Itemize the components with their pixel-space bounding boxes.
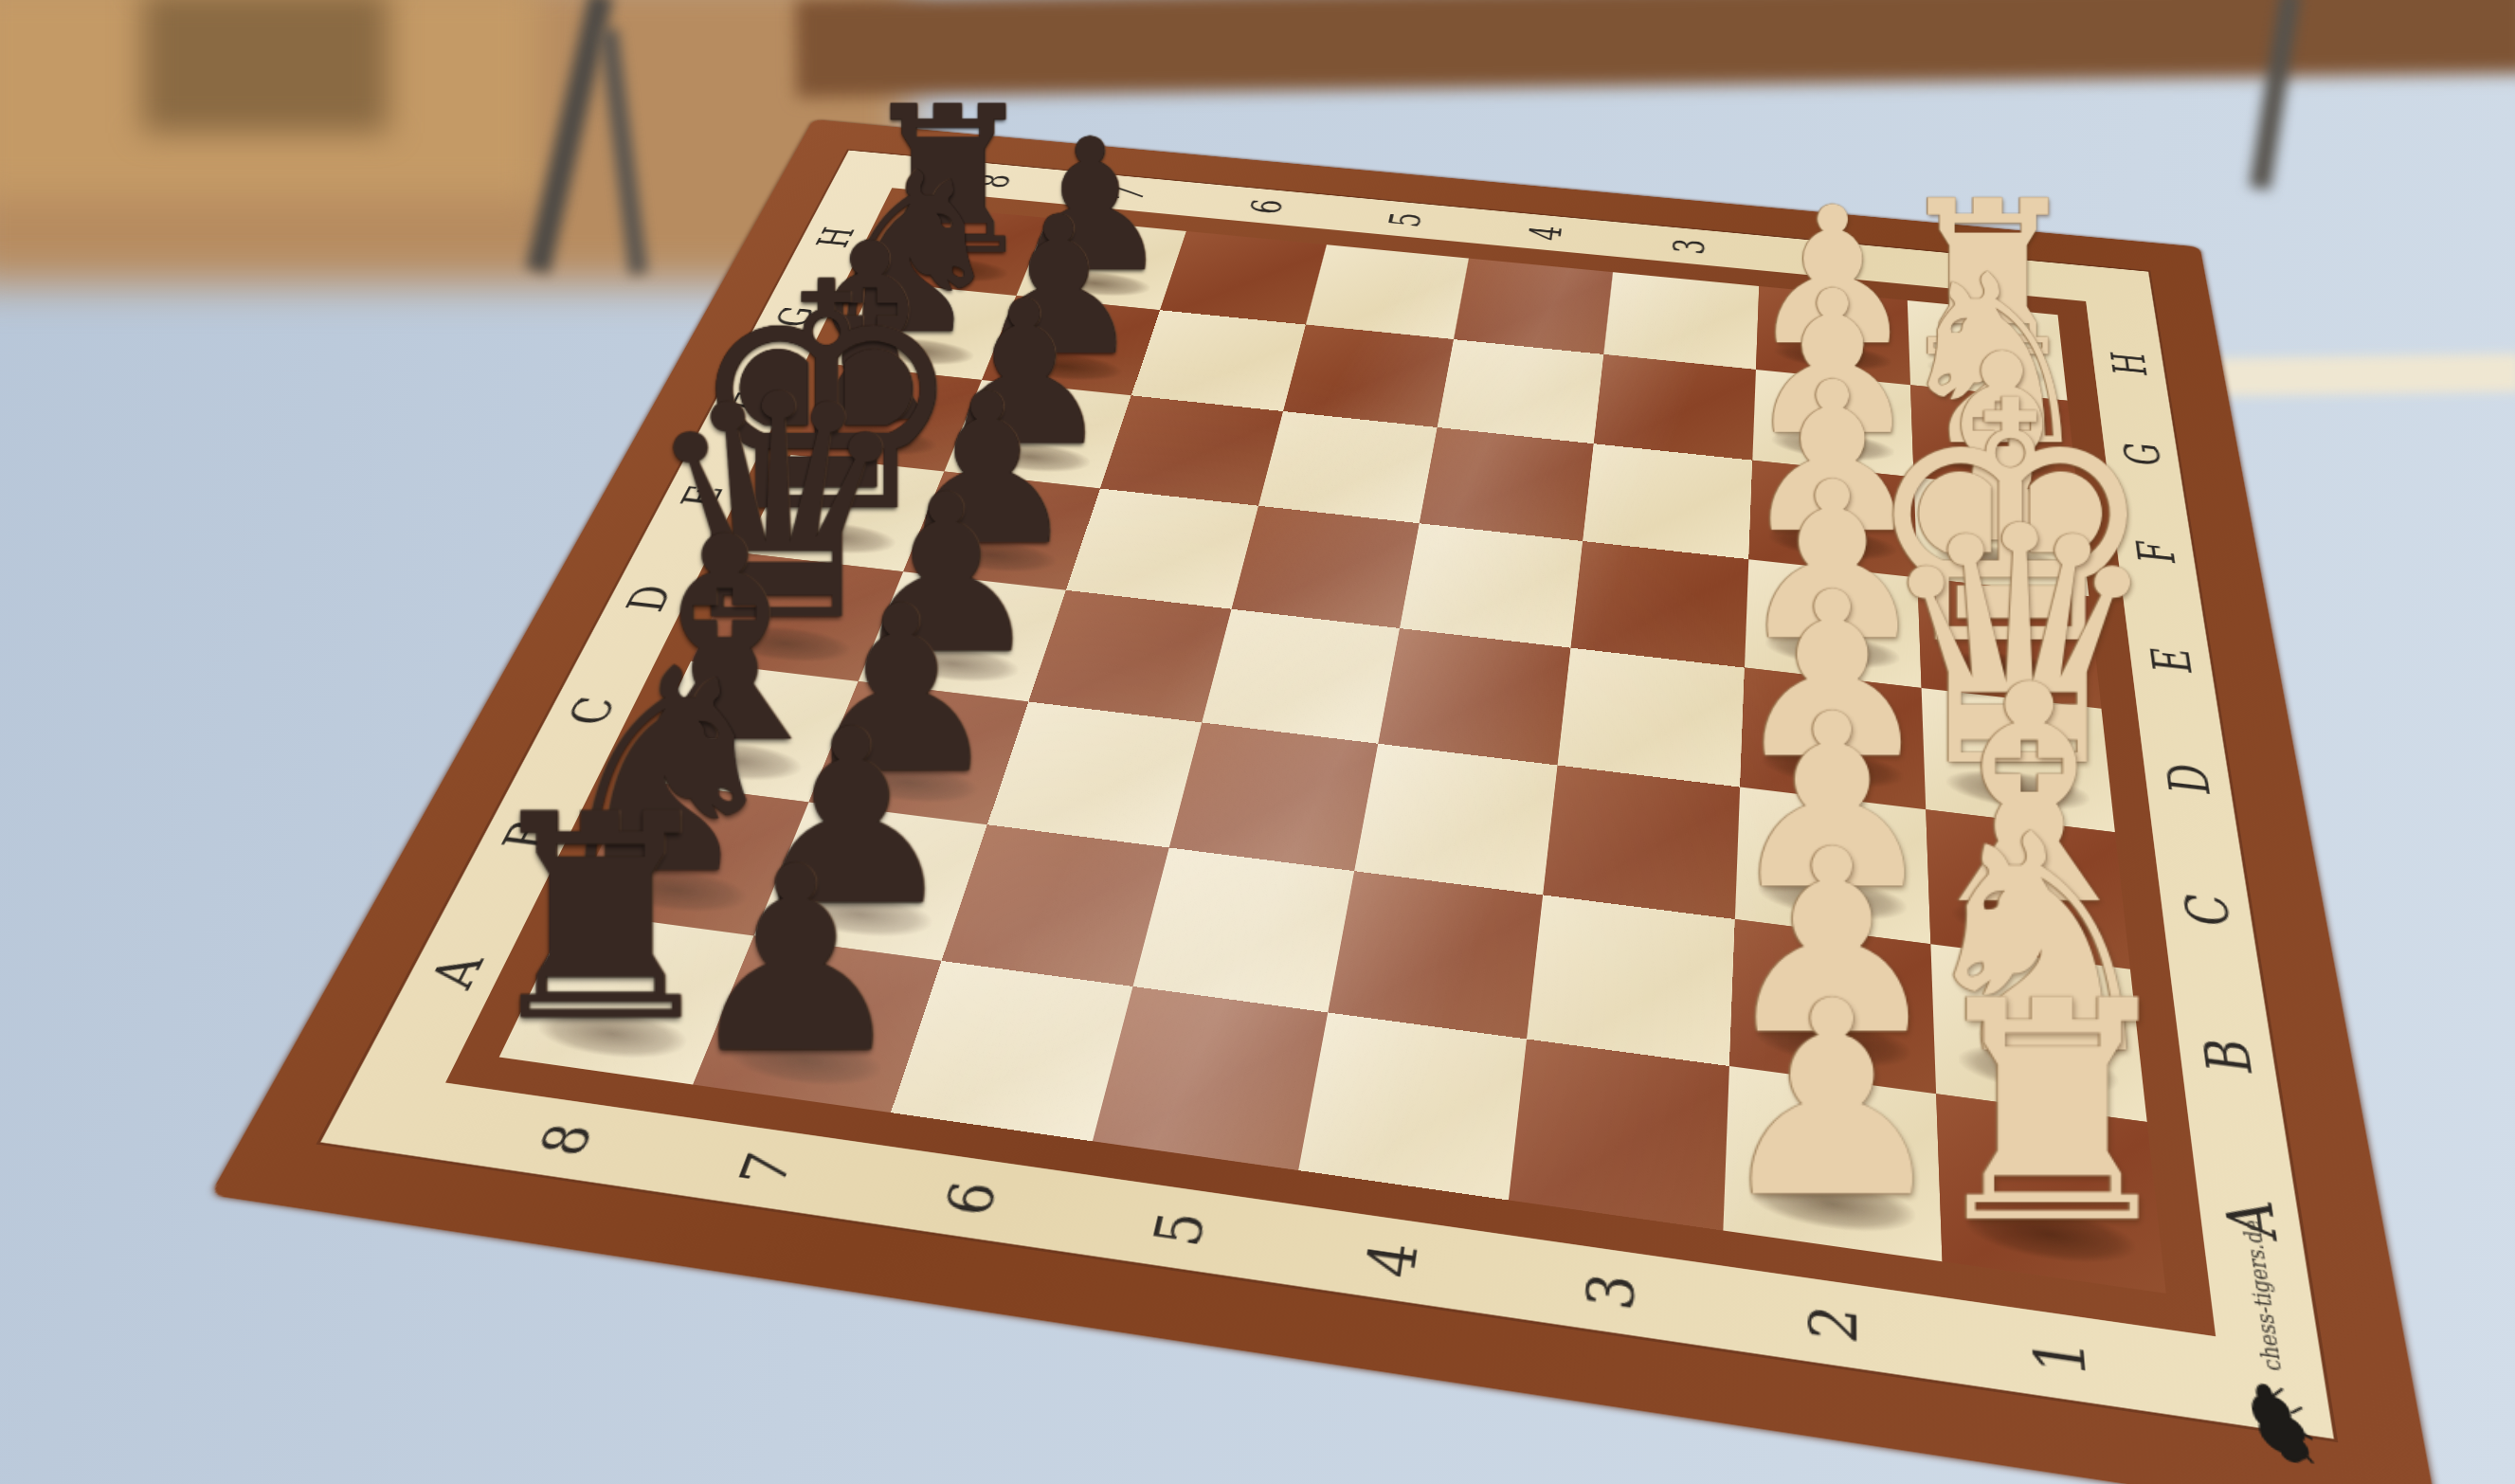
square-a3[interactable] <box>1509 1039 1729 1230</box>
square-h6[interactable] <box>1160 231 1327 324</box>
square-f6[interactable] <box>1100 395 1283 505</box>
square-e3[interactable] <box>1570 541 1748 668</box>
square-a2[interactable]: ♟ <box>1723 1066 1942 1261</box>
square-c5[interactable] <box>1169 722 1378 871</box>
white-rook-a1[interactable]: ♜ <box>1916 961 2189 1265</box>
square-h5[interactable] <box>1306 244 1469 339</box>
square-f5[interactable] <box>1258 411 1438 523</box>
square-e6[interactable] <box>1066 488 1258 608</box>
black-pawn-a7[interactable]: ♟ <box>680 833 910 1088</box>
board-scene: ♜♟♟♜♞♟♟♞♝♟♟♝♚♟♟♚♛♟♟♛♝♟♟♝♞♟♟♞♜♟♟♜ 8877665… <box>0 0 2515 1484</box>
file-label-H-left-edge: H <box>806 225 864 250</box>
square-e5[interactable] <box>1232 506 1420 628</box>
square-a1[interactable]: ♜ <box>1936 1094 2166 1293</box>
chess-board: ♜♟♟♜♞♟♟♞♝♟♟♝♚♟♟♚♛♟♟♛♝♟♟♝♞♟♟♞♜♟♟♜ 8877665… <box>210 119 2441 1484</box>
square-g3[interactable] <box>1594 354 1756 461</box>
chess-club-photo: ♜♟♟♜♞♟♟♞♝♟♟♝♚♟♟♚♛♟♟♛♝♟♟♝♞♟♟♞♜♟♟♜ 8877665… <box>0 0 2515 1484</box>
square-h3[interactable] <box>1603 272 1759 370</box>
square-b4[interactable] <box>1328 871 1543 1039</box>
square-c3[interactable] <box>1543 765 1740 919</box>
square-b3[interactable] <box>1527 895 1735 1066</box>
square-g4[interactable] <box>1438 339 1604 443</box>
square-f3[interactable] <box>1583 443 1752 559</box>
square-b5[interactable] <box>1133 847 1355 1012</box>
square-c6[interactable] <box>987 701 1202 847</box>
square-a7[interactable]: ♟ <box>693 936 941 1113</box>
square-h4[interactable] <box>1454 259 1613 354</box>
